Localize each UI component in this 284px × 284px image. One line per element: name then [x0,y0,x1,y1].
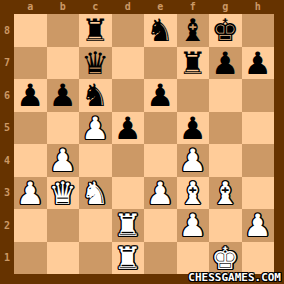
square-e7 [144,47,177,80]
square-c2 [79,209,112,242]
rank-label-4: 4 [0,144,14,177]
square-d3 [112,177,145,210]
square-c3: ♞ [79,177,112,210]
square-a2 [14,209,47,242]
piece-black-pawn: ♟ [211,47,239,80]
square-h7: ♟ [242,47,275,80]
square-b1 [47,242,80,275]
square-a8 [14,14,47,47]
square-e4 [144,144,177,177]
square-e8: ♞ [144,14,177,47]
square-g5 [209,112,242,145]
square-h1 [242,242,275,275]
square-h4 [242,144,275,177]
rank-label-2: 2 [0,209,14,242]
piece-white-pawn: ♟ [244,209,272,242]
square-c1 [79,242,112,275]
square-g1: ♚ [209,242,242,275]
rank-label-1: 1 [0,242,14,275]
square-d5: ♟ [112,112,145,145]
square-b4: ♟ [47,144,80,177]
square-f6 [177,79,210,112]
chess-diagram: abcdefgh 87654321 ♜♞♝♚♛♜♟♟♟♟♞♟♟♟♟♟♟♟♛♞♟♝… [0,0,284,284]
rank-label-7: 7 [0,47,14,80]
square-f3: ♝ [177,177,210,210]
square-g8: ♚ [209,14,242,47]
piece-black-knight: ♞ [146,14,174,47]
square-d8 [112,14,145,47]
square-b8 [47,14,80,47]
square-a4 [14,144,47,177]
piece-white-bishop: ♝ [179,177,207,210]
piece-white-queen: ♛ [49,177,77,210]
piece-white-pawn: ♟ [16,177,44,210]
square-c5: ♟ [79,112,112,145]
square-c4 [79,144,112,177]
square-d7 [112,47,145,80]
piece-white-pawn: ♟ [146,177,174,210]
square-f2: ♟ [177,209,210,242]
square-e2 [144,209,177,242]
piece-black-pawn: ♟ [114,112,142,145]
file-label-a: a [14,0,47,14]
square-g3: ♝ [209,177,242,210]
square-h5 [242,112,275,145]
square-f1 [177,242,210,275]
square-h2: ♟ [242,209,275,242]
piece-white-king: ♚ [211,242,239,275]
rank-label-3: 3 [0,177,14,210]
piece-black-pawn: ♟ [49,79,77,112]
square-a6: ♟ [14,79,47,112]
square-g7: ♟ [209,47,242,80]
square-g2 [209,209,242,242]
square-a5 [14,112,47,145]
file-label-h: h [242,0,275,14]
square-h6 [242,79,275,112]
square-f7: ♜ [177,47,210,80]
square-h3 [242,177,275,210]
piece-black-pawn: ♟ [16,79,44,112]
piece-black-rook: ♜ [179,47,207,80]
square-b2 [47,209,80,242]
square-c7: ♛ [79,47,112,80]
square-f5: ♟ [177,112,210,145]
square-d6 [112,79,145,112]
piece-white-pawn: ♟ [179,144,207,177]
square-g6 [209,79,242,112]
square-c6: ♞ [79,79,112,112]
piece-black-rook: ♜ [81,14,109,47]
rank-label-5: 5 [0,112,14,145]
square-g4 [209,144,242,177]
square-a3: ♟ [14,177,47,210]
square-d2: ♜ [112,209,145,242]
square-e6: ♟ [144,79,177,112]
square-b3: ♛ [47,177,80,210]
piece-white-pawn: ♟ [179,209,207,242]
rank-label-8: 8 [0,14,14,47]
site-watermark: CHESSGAMES.COM [188,271,281,284]
rank-labels: 87654321 [0,14,14,274]
piece-white-pawn: ♟ [49,144,77,177]
square-a1 [14,242,47,275]
piece-white-pawn: ♟ [81,112,109,145]
square-f4: ♟ [177,144,210,177]
piece-white-knight: ♞ [81,177,109,210]
chess-board: ♜♞♝♚♛♜♟♟♟♟♞♟♟♟♟♟♟♟♛♞♟♝♝♜♟♟♜♚ [14,14,274,274]
file-label-b: b [47,0,80,14]
rank-label-6: 6 [0,79,14,112]
piece-white-bishop: ♝ [211,177,239,210]
piece-black-knight: ♞ [81,79,109,112]
square-d4 [112,144,145,177]
square-f8: ♝ [177,14,210,47]
square-b7 [47,47,80,80]
piece-black-queen: ♛ [81,47,109,80]
piece-black-pawn: ♟ [179,112,207,145]
square-a7 [14,47,47,80]
square-b6: ♟ [47,79,80,112]
piece-black-pawn: ♟ [146,79,174,112]
square-d1: ♜ [112,242,145,275]
square-e3: ♟ [144,177,177,210]
piece-white-rook: ♜ [114,242,142,275]
piece-black-bishop: ♝ [179,14,207,47]
square-e1 [144,242,177,275]
piece-black-pawn: ♟ [244,47,272,80]
file-label-d: d [112,0,145,14]
square-b5 [47,112,80,145]
piece-black-king: ♚ [211,14,239,47]
piece-white-rook: ♜ [114,209,142,242]
square-c8: ♜ [79,14,112,47]
square-h8 [242,14,275,47]
square-e5 [144,112,177,145]
